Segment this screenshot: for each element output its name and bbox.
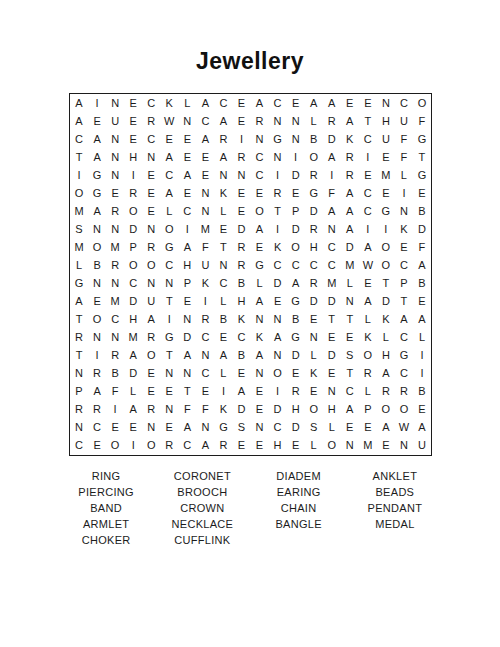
grid-cell-r2c13: N xyxy=(287,112,305,130)
word-list-item: PIERCING xyxy=(78,484,134,500)
grid-cell-r4c18: E xyxy=(377,148,395,166)
grid-cell-r5c18: M xyxy=(377,166,395,184)
grid-cell-r12c12: E xyxy=(269,293,287,311)
grid-cell-r11c2: N xyxy=(88,274,106,292)
grid-cell-r1c11: A xyxy=(250,94,268,112)
grid-cell-r4c11: C xyxy=(250,148,268,166)
grid-cell-r2c1: A xyxy=(70,112,88,130)
grid-cell-r19c19: W xyxy=(395,419,413,437)
grid-cell-r13c16: T xyxy=(341,311,359,329)
grid-cell-r10c1: L xyxy=(70,256,88,274)
grid-cell-r5c8: E xyxy=(196,166,214,184)
grid-cell-r19c6: E xyxy=(160,419,178,437)
grid-cell-r2c18: H xyxy=(377,112,395,130)
grid-cell-r13c12: N xyxy=(269,311,287,329)
grid-cell-r12c9: L xyxy=(214,293,232,311)
grid-cell-r20c18: E xyxy=(377,437,395,455)
grid-cell-r5c1: I xyxy=(70,166,88,184)
grid-cell-r14c1: R xyxy=(70,329,88,347)
grid-cell-r13c9: B xyxy=(214,311,232,329)
grid-cell-r8c11: A xyxy=(250,220,268,238)
grid-cell-r11c4: C xyxy=(124,274,142,292)
grid-cell-r19c5: N xyxy=(142,419,160,437)
grid-cell-r12c5: U xyxy=(142,293,160,311)
word-list-item: BEADS xyxy=(375,484,414,500)
grid-cell-r18c11: E xyxy=(250,401,268,419)
grid-cell-r3c3: N xyxy=(106,130,124,148)
grid-cell-r9c4: P xyxy=(124,238,142,256)
grid-cell-r15c1: T xyxy=(70,347,88,365)
grid-cell-r8c5: N xyxy=(142,220,160,238)
grid-cell-r12c16: N xyxy=(341,293,359,311)
grid-cell-r15c6: T xyxy=(160,347,178,365)
grid-cell-r16c1: N xyxy=(70,365,88,383)
grid-cell-r18c2: R xyxy=(88,401,106,419)
grid-cell-r17c4: L xyxy=(124,383,142,401)
grid-cell-r20c14: L xyxy=(305,437,323,455)
grid-cell-r18c9: K xyxy=(214,401,232,419)
grid-cell-r20c16: N xyxy=(341,437,359,455)
grid-cell-r7c3: R xyxy=(106,202,124,220)
grid-cell-r20c7: C xyxy=(178,437,196,455)
grid-cell-r13c4: H xyxy=(124,311,142,329)
grid-cell-r14c13: G xyxy=(287,329,305,347)
grid-cell-r18c6: N xyxy=(160,401,178,419)
word-list-item: CHOKER xyxy=(82,532,131,548)
grid-cell-r12c19: T xyxy=(395,293,413,311)
grid-cell-r11c17: E xyxy=(359,274,377,292)
grid-cell-r15c14: L xyxy=(305,347,323,365)
grid-cell-r12c20: E xyxy=(413,293,431,311)
grid-cell-r15c9: A xyxy=(214,347,232,365)
grid-cell-r5c10: N xyxy=(232,166,250,184)
grid-cell-r7c14: D xyxy=(305,202,323,220)
grid-cell-r17c5: E xyxy=(142,383,160,401)
grid-cell-r10c17: W xyxy=(359,256,377,274)
grid-cell-r20c3: O xyxy=(106,437,124,455)
grid-cell-r2c15: R xyxy=(323,112,341,130)
grid-cell-r13c11: N xyxy=(250,311,268,329)
grid-cell-r14c5: R xyxy=(142,329,160,347)
grid-cell-r1c3: N xyxy=(106,94,124,112)
grid-cell-r5c15: I xyxy=(323,166,341,184)
grid-cell-r7c18: G xyxy=(377,202,395,220)
grid-cell-r5c5: E xyxy=(142,166,160,184)
grid-cell-r12c1: A xyxy=(70,293,88,311)
grid-cell-r8c6: O xyxy=(160,220,178,238)
grid-cell-r5c11: C xyxy=(250,166,268,184)
grid-cell-r3c20: G xyxy=(413,130,431,148)
grid-cell-r1c2: I xyxy=(88,94,106,112)
grid-cell-r3c11: N xyxy=(250,130,268,148)
grid-cell-r1c13: E xyxy=(287,94,305,112)
grid-cell-r9c16: D xyxy=(341,238,359,256)
grid-cell-r3c7: E xyxy=(178,130,196,148)
grid-cell-r7c15: A xyxy=(323,202,341,220)
grid-cell-r18c19: O xyxy=(395,401,413,419)
grid-cell-r19c13: D xyxy=(287,419,305,437)
grid-cell-r13c20: A xyxy=(413,311,431,329)
grid-cell-r5c4: I xyxy=(124,166,142,184)
grid-cell-r13c1: T xyxy=(70,311,88,329)
grid-cell-r6c8: N xyxy=(196,184,214,202)
word-list-item: CHAIN xyxy=(281,500,317,516)
puzzle-page: Jewellery AINECKLACEACEAAEENCOAEUERWNCAE… xyxy=(0,0,500,647)
grid-cell-r11c5: N xyxy=(142,274,160,292)
grid-cell-r16c14: K xyxy=(305,365,323,383)
grid-cell-r2c7: N xyxy=(178,112,196,130)
word-list-item: CROWN xyxy=(180,500,224,516)
grid-cell-r9c9: T xyxy=(214,238,232,256)
grid-cell-r6c10: E xyxy=(232,184,250,202)
grid-cell-r9c1: M xyxy=(70,238,88,256)
grid-cell-r3c5: C xyxy=(142,130,160,148)
word-list: RINGPIERCINGBANDARMLETCHOKERCORONETBROOC… xyxy=(58,468,443,548)
grid-cell-r9c14: H xyxy=(305,238,323,256)
grid-cell-r15c2: I xyxy=(88,347,106,365)
grid-cell-r12c10: H xyxy=(232,293,250,311)
grid-cell-r2c5: R xyxy=(142,112,160,130)
grid-cell-r20c6: R xyxy=(160,437,178,455)
grid-cell-r3c15: D xyxy=(323,130,341,148)
grid-cell-r16c8: C xyxy=(196,365,214,383)
grid-cell-r7c2: A xyxy=(88,202,106,220)
grid-cell-r7c1: M xyxy=(70,202,88,220)
grid-cell-r12c6: T xyxy=(160,293,178,311)
grid-cell-r5c13: D xyxy=(287,166,305,184)
grid-cell-r16c5: E xyxy=(142,365,160,383)
grid-cell-r13c5: A xyxy=(142,311,160,329)
grid-cell-r15c19: G xyxy=(395,347,413,365)
grid-cell-r7c5: E xyxy=(142,202,160,220)
word-list-column-2: CORONETBROOCHCROWNNECKLACECUFFLINK xyxy=(154,468,250,548)
grid-cell-r18c20: E xyxy=(413,401,431,419)
grid-cell-r18c14: O xyxy=(305,401,323,419)
grid-cell-r13c2: O xyxy=(88,311,106,329)
grid-cell-r18c8: F xyxy=(196,401,214,419)
grid-cell-r20c4: I xyxy=(124,437,142,455)
grid-cell-r19c2: C xyxy=(88,419,106,437)
grid-cell-r8c15: N xyxy=(323,220,341,238)
grid-cell-r14c10: C xyxy=(232,329,250,347)
grid-cell-r1c19: C xyxy=(395,94,413,112)
grid-cell-r11c8: K xyxy=(196,274,214,292)
grid-cell-r20c11: E xyxy=(250,437,268,455)
grid-cell-r5c17: E xyxy=(359,166,377,184)
grid-cell-r5c6: C xyxy=(160,166,178,184)
grid-cell-r4c12: N xyxy=(269,148,287,166)
grid-cell-r14c12: A xyxy=(269,329,287,347)
grid-cell-r7c4: O xyxy=(124,202,142,220)
grid-cell-r2c19: U xyxy=(395,112,413,130)
grid-cell-r18c16: A xyxy=(341,401,359,419)
grid-cell-r11c16: L xyxy=(341,274,359,292)
word-list-item: BANGLE xyxy=(275,516,321,532)
grid-cell-r2c20: F xyxy=(413,112,431,130)
grid-cell-r16c10: E xyxy=(232,365,250,383)
grid-cell-r16c9: L xyxy=(214,365,232,383)
grid-cell-r3c4: E xyxy=(124,130,142,148)
grid-cell-r18c7: F xyxy=(178,401,196,419)
grid-cell-r14c19: C xyxy=(395,329,413,347)
grid-cell-r9c10: R xyxy=(232,238,250,256)
grid-cell-r11c13: A xyxy=(287,274,305,292)
grid-cell-r4c6: A xyxy=(160,148,178,166)
grid-cell-r18c3: I xyxy=(106,401,124,419)
grid-cell-r8c1: S xyxy=(70,220,88,238)
grid-cell-r17c10: A xyxy=(232,383,250,401)
grid-cell-r7c16: A xyxy=(341,202,359,220)
word-list-column-1: RINGPIERCINGBANDARMLETCHOKER xyxy=(58,468,154,548)
grid-cell-r6c4: R xyxy=(124,184,142,202)
grid-cell-r6c17: C xyxy=(359,184,377,202)
grid-cell-r4c16: R xyxy=(341,148,359,166)
grid-cell-r10c6: C xyxy=(160,256,178,274)
word-list-item: BROOCH xyxy=(177,484,227,500)
grid-cell-r5c9: N xyxy=(214,166,232,184)
grid-cell-r6c6: A xyxy=(160,184,178,202)
word-list-item: DIADEM xyxy=(276,468,321,484)
grid-cell-r9c20: F xyxy=(413,238,431,256)
grid-cell-r19c12: C xyxy=(269,419,287,437)
grid-cell-r12c15: D xyxy=(323,293,341,311)
grid-cell-r7c8: N xyxy=(196,202,214,220)
word-list-item: MEDAL xyxy=(375,516,414,532)
grid-cell-r17c9: I xyxy=(214,383,232,401)
grid-cell-r10c2: B xyxy=(88,256,106,274)
grid-cell-r4c14: O xyxy=(305,148,323,166)
grid-cell-r9c2: O xyxy=(88,238,106,256)
grid-cell-r18c5: R xyxy=(142,401,160,419)
grid-cell-r3c8: A xyxy=(196,130,214,148)
grid-cell-r7c13: P xyxy=(287,202,305,220)
grid-cell-r16c11: N xyxy=(250,365,268,383)
grid-cell-r5c14: R xyxy=(305,166,323,184)
word-search-grid: AINECKLACEACEAAEENCOAEUERWNCAERNNLRATHUF… xyxy=(69,93,432,456)
grid-cell-r15c20: I xyxy=(413,347,431,365)
grid-cell-r14c9: E xyxy=(214,329,232,347)
grid-cell-r17c7: T xyxy=(178,383,196,401)
grid-cell-r6c14: G xyxy=(305,184,323,202)
grid-cell-r16c15: E xyxy=(323,365,341,383)
grid-cell-r17c18: R xyxy=(377,383,395,401)
grid-cell-r6c11: E xyxy=(250,184,268,202)
puzzle-title: Jewellery xyxy=(0,48,500,75)
grid-cell-r17c14: E xyxy=(305,383,323,401)
grid-cell-r6c3: E xyxy=(106,184,124,202)
grid-cell-r2c6: W xyxy=(160,112,178,130)
grid-cell-r13c7: N xyxy=(178,311,196,329)
grid-cell-r20c9: R xyxy=(214,437,232,455)
word-list-item: ANKLET xyxy=(373,468,418,484)
grid-cell-r6c7: E xyxy=(178,184,196,202)
grid-cell-r19c20: A xyxy=(413,419,431,437)
grid-cell-r5c7: A xyxy=(178,166,196,184)
grid-cell-r8c16: A xyxy=(341,220,359,238)
grid-cell-r5c3: N xyxy=(106,166,124,184)
grid-cell-r1c8: A xyxy=(196,94,214,112)
grid-cell-r18c13: H xyxy=(287,401,305,419)
grid-cell-r6c2: G xyxy=(88,184,106,202)
grid-cell-r13c13: B xyxy=(287,311,305,329)
grid-cell-r18c17: P xyxy=(359,401,377,419)
grid-cell-r6c13: E xyxy=(287,184,305,202)
grid-cell-r14c20: L xyxy=(413,329,431,347)
grid-cell-r18c1: R xyxy=(70,401,88,419)
grid-cell-r1c17: E xyxy=(359,94,377,112)
grid-cell-r2c11: R xyxy=(250,112,268,130)
grid-cell-r4c9: A xyxy=(214,148,232,166)
grid-cell-r2c17: T xyxy=(359,112,377,130)
grid-cell-r1c5: C xyxy=(142,94,160,112)
grid-cell-r3c2: A xyxy=(88,130,106,148)
grid-cell-r13c8: R xyxy=(196,311,214,329)
grid-cell-r16c6: N xyxy=(160,365,178,383)
grid-cell-r7c6: L xyxy=(160,202,178,220)
grid-cell-r14c4: M xyxy=(124,329,142,347)
grid-cell-r17c8: E xyxy=(196,383,214,401)
grid-cell-r4c13: I xyxy=(287,148,305,166)
grid-cell-r15c16: S xyxy=(341,347,359,365)
grid-cell-r8c10: D xyxy=(232,220,250,238)
grid-cell-r2c14: L xyxy=(305,112,323,130)
grid-cell-r17c19: R xyxy=(395,383,413,401)
grid-cell-r6c19: I xyxy=(395,184,413,202)
grid-cell-r10c8: U xyxy=(196,256,214,274)
grid-cell-r7c10: E xyxy=(232,202,250,220)
grid-cell-r7c19: N xyxy=(395,202,413,220)
grid-cell-r9c17: A xyxy=(359,238,377,256)
grid-cell-r1c9: C xyxy=(214,94,232,112)
grid-cell-r8c20: D xyxy=(413,220,431,238)
grid-cell-r9c19: E xyxy=(395,238,413,256)
grid-cell-r4c15: A xyxy=(323,148,341,166)
grid-cell-r11c10: B xyxy=(232,274,250,292)
grid-cell-r14c2: N xyxy=(88,329,106,347)
grid-cell-r11c20: B xyxy=(413,274,431,292)
grid-cell-r19c9: G xyxy=(214,419,232,437)
grid-cell-r1c7: L xyxy=(178,94,196,112)
grid-cell-r10c15: C xyxy=(323,256,341,274)
grid-cell-r20c13: E xyxy=(287,437,305,455)
grid-cell-r20c10: E xyxy=(232,437,250,455)
grid-cell-r14c14: N xyxy=(305,329,323,347)
grid-cell-r10c18: O xyxy=(377,256,395,274)
grid-cell-r13c15: T xyxy=(323,311,341,329)
grid-cell-r9c12: K xyxy=(269,238,287,256)
grid-cell-r7c17: C xyxy=(359,202,377,220)
grid-cell-r20c2: E xyxy=(88,437,106,455)
grid-cell-r11c15: M xyxy=(323,274,341,292)
grid-cell-r4c10: R xyxy=(232,148,250,166)
grid-cell-r3c17: C xyxy=(359,130,377,148)
grid-cell-r10c5: O xyxy=(142,256,160,274)
grid-cell-r6c1: O xyxy=(70,184,88,202)
grid-cell-r4c20: T xyxy=(413,148,431,166)
grid-cell-r15c7: A xyxy=(178,347,196,365)
grid-cell-r16c16: T xyxy=(341,365,359,383)
grid-cell-r1c6: K xyxy=(160,94,178,112)
grid-cell-r20c19: N xyxy=(395,437,413,455)
grid-cell-r14c11: K xyxy=(250,329,268,347)
grid-cell-r8c9: E xyxy=(214,220,232,238)
grid-cell-r16c13: E xyxy=(287,365,305,383)
grid-cell-r12c13: G xyxy=(287,293,305,311)
word-list-item: ARMLET xyxy=(83,516,129,532)
grid-cell-r14c17: K xyxy=(359,329,377,347)
grid-cell-r9c18: O xyxy=(377,238,395,256)
grid-cell-r1c4: E xyxy=(124,94,142,112)
grid-cell-r20c8: A xyxy=(196,437,214,455)
grid-cell-r12c2: E xyxy=(88,293,106,311)
grid-cell-r15c5: O xyxy=(142,347,160,365)
grid-cell-r6c5: E xyxy=(142,184,160,202)
grid-cell-r1c1: A xyxy=(70,94,88,112)
grid-cell-r1c14: A xyxy=(305,94,323,112)
grid-cell-r13c3: C xyxy=(106,311,124,329)
grid-cell-r18c4: A xyxy=(124,401,142,419)
grid-cell-r18c10: D xyxy=(232,401,250,419)
grid-cell-r10c10: R xyxy=(232,256,250,274)
grid-cell-r6c16: A xyxy=(341,184,359,202)
grid-cell-r12c3: M xyxy=(106,293,124,311)
grid-cell-r10c12: C xyxy=(269,256,287,274)
grid-cell-r8c12: I xyxy=(269,220,287,238)
grid-cell-r16c12: O xyxy=(269,365,287,383)
grid-cell-r10c13: C xyxy=(287,256,305,274)
grid-cell-r11c19: P xyxy=(395,274,413,292)
grid-cell-r16c18: A xyxy=(377,365,395,383)
grid-cell-r7c9: L xyxy=(214,202,232,220)
grid-cell-r4c5: N xyxy=(142,148,160,166)
grid-cell-r11c11: L xyxy=(250,274,268,292)
grid-cell-r11c3: N xyxy=(106,274,124,292)
grid-cell-r10c11: G xyxy=(250,256,268,274)
grid-cell-r8c13: D xyxy=(287,220,305,238)
grid-cell-r2c4: E xyxy=(124,112,142,130)
grid-cell-r3c9: R xyxy=(214,130,232,148)
grid-cell-r11c6: N xyxy=(160,274,178,292)
grid-cell-r13c6: I xyxy=(160,311,178,329)
grid-cell-r19c7: A xyxy=(178,419,196,437)
grid-cell-r6c9: K xyxy=(214,184,232,202)
grid-cell-r12c11: A xyxy=(250,293,268,311)
grid-cell-r7c12: T xyxy=(269,202,287,220)
grid-cell-r16c19: C xyxy=(395,365,413,383)
grid-cell-r19c10: S xyxy=(232,419,250,437)
grid-cell-r20c17: M xyxy=(359,437,377,455)
grid-cell-r19c14: S xyxy=(305,419,323,437)
word-list-item: BAND xyxy=(90,500,122,516)
grid-cell-r2c3: U xyxy=(106,112,124,130)
grid-cell-r12c7: E xyxy=(178,293,196,311)
grid-cell-r17c3: F xyxy=(106,383,124,401)
grid-cell-r1c15: A xyxy=(323,94,341,112)
grid-cell-r2c8: C xyxy=(196,112,214,130)
grid-cell-r12c8: I xyxy=(196,293,214,311)
grid-cell-r19c3: E xyxy=(106,419,124,437)
grid-cell-r17c11: E xyxy=(250,383,268,401)
grid-cell-r4c3: N xyxy=(106,148,124,166)
grid-cell-r9c5: R xyxy=(142,238,160,256)
grid-cell-r15c18: H xyxy=(377,347,395,365)
grid-cell-r15c4: A xyxy=(124,347,142,365)
grid-cell-r14c8: C xyxy=(196,329,214,347)
grid-cell-r11c14: R xyxy=(305,274,323,292)
grid-cell-r13c10: K xyxy=(232,311,250,329)
grid-cell-r3c19: F xyxy=(395,130,413,148)
grid-cell-r8c19: K xyxy=(395,220,413,238)
